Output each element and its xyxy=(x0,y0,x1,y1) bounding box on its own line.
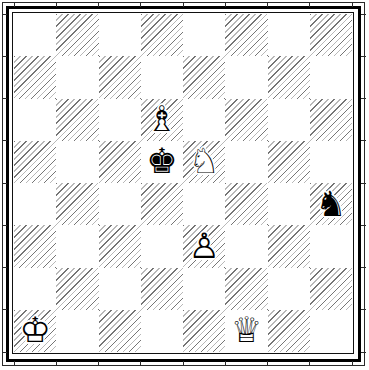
square-g5[interactable] xyxy=(268,141,310,183)
frame-tick-bottom-3 xyxy=(140,361,141,366)
black-knight-piece: ♞♞ xyxy=(310,183,352,225)
square-a6[interactable] xyxy=(14,99,56,141)
frame-tick-top-5 xyxy=(225,3,226,7)
black-king-icon: ♚ xyxy=(141,141,183,183)
square-h2[interactable] xyxy=(310,268,352,310)
black-king-piece: ♚♚ xyxy=(141,141,183,183)
square-d6[interactable]: ♝♗ xyxy=(141,99,183,141)
frame-tick-right-7 xyxy=(361,309,366,310)
square-d8[interactable] xyxy=(141,14,183,56)
frame-tick-right-1 xyxy=(361,56,366,57)
frame-tick-left-2 xyxy=(3,98,7,99)
square-c2[interactable] xyxy=(99,268,141,310)
frame-tick-bottom-4 xyxy=(183,361,184,366)
square-e8[interactable] xyxy=(183,14,225,56)
frame-tick-right-2 xyxy=(361,98,366,99)
chess-board-diagram: ♝♗♚♚♞♘♞♞♟♙♚♔♛♕ xyxy=(0,0,369,370)
white-queen-piece: ♛♕ xyxy=(225,310,267,352)
square-g1[interactable] xyxy=(268,310,310,352)
square-f1[interactable]: ♛♕ xyxy=(225,310,267,352)
square-g4[interactable] xyxy=(268,183,310,225)
white-pawn-icon: ♙ xyxy=(183,225,225,267)
frame-tick-bottom-7 xyxy=(309,361,310,366)
frame-tick-right-4 xyxy=(361,183,366,184)
square-h4[interactable]: ♞♞ xyxy=(310,183,352,225)
frame-tick-left-0 xyxy=(3,14,7,15)
square-g8[interactable] xyxy=(268,14,310,56)
square-f6[interactable] xyxy=(225,99,267,141)
frame-tick-right-0 xyxy=(361,14,366,15)
square-b8[interactable] xyxy=(56,14,98,56)
square-g3[interactable] xyxy=(268,225,310,267)
square-h6[interactable] xyxy=(310,99,352,141)
white-queen-icon: ♕ xyxy=(225,310,267,352)
square-f2[interactable] xyxy=(225,268,267,310)
white-knight-piece: ♞♘ xyxy=(183,141,225,183)
square-e2[interactable] xyxy=(183,268,225,310)
frame-tick-right-8 xyxy=(361,352,366,353)
square-d7[interactable] xyxy=(141,56,183,98)
frame-tick-left-5 xyxy=(3,225,7,226)
black-knight-icon: ♞ xyxy=(310,183,352,225)
square-h7[interactable] xyxy=(310,56,352,98)
chess-board: ♝♗♚♚♞♘♞♞♟♙♚♔♛♕ xyxy=(14,14,352,352)
square-e1[interactable] xyxy=(183,310,225,352)
square-a4[interactable] xyxy=(14,183,56,225)
square-d4[interactable] xyxy=(141,183,183,225)
square-f8[interactable] xyxy=(225,14,267,56)
square-a3[interactable] xyxy=(14,225,56,267)
frame-tick-bottom-6 xyxy=(267,361,268,366)
square-g6[interactable] xyxy=(268,99,310,141)
frame-tick-top-2 xyxy=(98,3,99,7)
frame-tick-left-4 xyxy=(3,183,7,184)
frame-tick-top-6 xyxy=(267,3,268,7)
square-d2[interactable] xyxy=(141,268,183,310)
square-a1[interactable]: ♚♔ xyxy=(14,310,56,352)
frame-tick-right-3 xyxy=(361,140,366,141)
frame-tick-top-7 xyxy=(309,3,310,7)
white-knight-icon: ♘ xyxy=(183,141,225,183)
square-g7[interactable] xyxy=(268,56,310,98)
square-b5[interactable] xyxy=(56,141,98,183)
frame-tick-top-8 xyxy=(352,3,353,7)
frame-tick-left-1 xyxy=(3,56,7,57)
square-c4[interactable] xyxy=(99,183,141,225)
square-c3[interactable] xyxy=(99,225,141,267)
square-e3[interactable]: ♟♙ xyxy=(183,225,225,267)
square-a5[interactable] xyxy=(14,141,56,183)
square-c1[interactable] xyxy=(99,310,141,352)
frame-tick-left-8 xyxy=(3,352,7,353)
square-e7[interactable] xyxy=(183,56,225,98)
square-f7[interactable] xyxy=(225,56,267,98)
white-bishop-icon: ♗ xyxy=(141,99,183,141)
square-a8[interactable] xyxy=(14,14,56,56)
square-a2[interactable] xyxy=(14,268,56,310)
frame-tick-bottom-5 xyxy=(225,361,226,366)
square-b3[interactable] xyxy=(56,225,98,267)
frame-tick-bottom-0 xyxy=(14,361,15,366)
square-d5[interactable]: ♚♚ xyxy=(141,141,183,183)
square-a7[interactable] xyxy=(14,56,56,98)
square-c5[interactable] xyxy=(99,141,141,183)
square-b6[interactable] xyxy=(56,99,98,141)
square-f5[interactable] xyxy=(225,141,267,183)
frame-tick-right-6 xyxy=(361,267,366,268)
square-h3[interactable] xyxy=(310,225,352,267)
square-b4[interactable] xyxy=(56,183,98,225)
white-king-icon: ♔ xyxy=(14,310,56,352)
square-h8[interactable] xyxy=(310,14,352,56)
white-pawn-piece: ♟♙ xyxy=(183,225,225,267)
square-d1[interactable] xyxy=(141,310,183,352)
frame-tick-right-5 xyxy=(361,225,366,226)
square-b1[interactable] xyxy=(56,310,98,352)
frame-tick-bottom-2 xyxy=(98,361,99,366)
square-b2[interactable] xyxy=(56,268,98,310)
frame-tick-top-4 xyxy=(183,3,184,7)
frame-tick-top-1 xyxy=(56,3,57,7)
square-c7[interactable] xyxy=(99,56,141,98)
frame-tick-bottom-1 xyxy=(56,361,57,366)
square-e5[interactable]: ♞♘ xyxy=(183,141,225,183)
frame-tick-left-6 xyxy=(3,267,7,268)
square-h5[interactable] xyxy=(310,141,352,183)
frame-tick-bottom-8 xyxy=(352,361,353,366)
white-king-piece: ♚♔ xyxy=(14,310,56,352)
square-g2[interactable] xyxy=(268,268,310,310)
frame-tick-left-3 xyxy=(3,140,7,141)
square-f4[interactable] xyxy=(225,183,267,225)
frame-tick-top-0 xyxy=(14,3,15,7)
square-b7[interactable] xyxy=(56,56,98,98)
square-e4[interactable] xyxy=(183,183,225,225)
white-bishop-piece: ♝♗ xyxy=(141,99,183,141)
frame-tick-top-3 xyxy=(140,3,141,7)
square-h1[interactable] xyxy=(310,310,352,352)
frame-tick-left-7 xyxy=(3,309,7,310)
square-c6[interactable] xyxy=(99,99,141,141)
square-e6[interactable] xyxy=(183,99,225,141)
square-f3[interactable] xyxy=(225,225,267,267)
square-d3[interactable] xyxy=(141,225,183,267)
square-c8[interactable] xyxy=(99,14,141,56)
